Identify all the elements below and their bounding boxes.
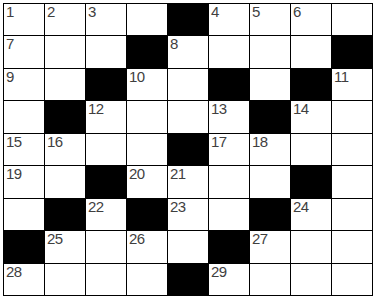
clue-number-3: 3 xyxy=(88,4,96,20)
cell-r9c8[interactable] xyxy=(291,264,331,295)
clue-number-5: 5 xyxy=(252,4,260,20)
cell-r3c4[interactable]: 10 xyxy=(127,69,167,100)
cell-r8c9[interactable] xyxy=(332,231,372,262)
cell-r1c9[interactable] xyxy=(332,4,372,35)
cell-r3c9[interactable]: 11 xyxy=(332,69,372,100)
cell-r8c2[interactable]: 25 xyxy=(45,231,85,262)
clue-number-1: 1 xyxy=(6,4,14,20)
cell-r7c8[interactable]: 24 xyxy=(291,199,331,230)
block-r9c5 xyxy=(168,264,208,295)
block-r2c9 xyxy=(332,36,372,67)
cell-r9c1[interactable]: 28 xyxy=(4,264,44,295)
clue-number-4: 4 xyxy=(211,4,219,20)
clue-number-14: 14 xyxy=(293,101,309,117)
cell-r3c1[interactable]: 9 xyxy=(4,69,44,100)
cell-r1c8[interactable]: 6 xyxy=(291,4,331,35)
clue-number-10: 10 xyxy=(129,69,145,85)
cell-r7c1[interactable] xyxy=(4,199,44,230)
clue-number-22: 22 xyxy=(88,199,104,215)
cell-r1c4[interactable] xyxy=(127,4,167,35)
block-r2c4 xyxy=(127,36,167,67)
clue-number-28: 28 xyxy=(6,264,22,280)
block-r3c3 xyxy=(86,69,126,100)
cell-r4c8[interactable]: 14 xyxy=(291,101,331,132)
cell-r2c5[interactable]: 8 xyxy=(168,36,208,67)
cell-r2c7[interactable] xyxy=(250,36,290,67)
clue-number-27: 27 xyxy=(252,231,268,247)
block-r7c7 xyxy=(250,199,290,230)
block-r8c1 xyxy=(4,231,44,262)
cell-r1c2[interactable]: 2 xyxy=(45,4,85,35)
cell-r8c5[interactable] xyxy=(168,231,208,262)
cell-r5c6[interactable]: 17 xyxy=(209,134,249,165)
clue-number-20: 20 xyxy=(129,166,145,182)
cell-r9c4[interactable] xyxy=(127,264,167,295)
cell-r1c1[interactable]: 1 xyxy=(4,4,44,35)
cell-r5c9[interactable] xyxy=(332,134,372,165)
clue-number-17: 17 xyxy=(211,134,227,150)
cell-r2c1[interactable]: 7 xyxy=(4,36,44,67)
block-r4c7 xyxy=(250,101,290,132)
cell-r1c3[interactable]: 3 xyxy=(86,4,126,35)
cell-r9c2[interactable] xyxy=(45,264,85,295)
block-r3c6 xyxy=(209,69,249,100)
cell-r2c2[interactable] xyxy=(45,36,85,67)
cell-r5c4[interactable] xyxy=(127,134,167,165)
cell-r8c7[interactable]: 27 xyxy=(250,231,290,262)
clue-number-7: 7 xyxy=(6,36,14,52)
cell-r9c9[interactable] xyxy=(332,264,372,295)
cell-r7c9[interactable] xyxy=(332,199,372,230)
cell-r6c5[interactable]: 21 xyxy=(168,166,208,197)
clue-number-24: 24 xyxy=(293,199,309,215)
cell-r7c6[interactable] xyxy=(209,199,249,230)
cell-r4c5[interactable] xyxy=(168,101,208,132)
cell-r4c4[interactable] xyxy=(127,101,167,132)
cell-r5c2[interactable]: 16 xyxy=(45,134,85,165)
clue-number-19: 19 xyxy=(6,166,22,182)
cell-r1c6[interactable]: 4 xyxy=(209,4,249,35)
clue-number-15: 15 xyxy=(6,134,22,150)
cell-r5c1[interactable]: 15 xyxy=(4,134,44,165)
clue-number-8: 8 xyxy=(170,36,178,52)
cell-r7c5[interactable]: 23 xyxy=(168,199,208,230)
block-r6c3 xyxy=(86,166,126,197)
cell-r6c6[interactable] xyxy=(209,166,249,197)
clue-number-11: 11 xyxy=(334,69,349,85)
clue-number-29: 29 xyxy=(211,264,227,280)
clue-number-18: 18 xyxy=(252,134,268,150)
block-r8c6 xyxy=(209,231,249,262)
cell-r4c9[interactable] xyxy=(332,101,372,132)
cell-r8c4[interactable]: 26 xyxy=(127,231,167,262)
clue-number-16: 16 xyxy=(47,134,63,150)
clue-number-13: 13 xyxy=(211,101,227,117)
cell-r5c7[interactable]: 18 xyxy=(250,134,290,165)
cell-r5c8[interactable] xyxy=(291,134,331,165)
block-r5c5 xyxy=(168,134,208,165)
clue-number-2: 2 xyxy=(47,4,55,20)
cell-r3c5[interactable] xyxy=(168,69,208,100)
block-r1c5 xyxy=(168,4,208,35)
cell-r4c6[interactable]: 13 xyxy=(209,101,249,132)
clue-number-9: 9 xyxy=(6,69,14,85)
cell-r9c6[interactable]: 29 xyxy=(209,264,249,295)
block-r7c4 xyxy=(127,199,167,230)
cell-r9c3[interactable] xyxy=(86,264,126,295)
cell-r5c3[interactable] xyxy=(86,134,126,165)
cell-r9c7[interactable] xyxy=(250,264,290,295)
cell-r2c3[interactable] xyxy=(86,36,126,67)
clue-number-26: 26 xyxy=(129,231,145,247)
cell-r6c9[interactable] xyxy=(332,166,372,197)
cell-r3c2[interactable] xyxy=(45,69,85,100)
cell-r6c1[interactable]: 19 xyxy=(4,166,44,197)
clue-number-23: 23 xyxy=(170,199,186,215)
block-r7c2 xyxy=(45,199,85,230)
cell-r2c6[interactable] xyxy=(209,36,249,67)
cell-r3c7[interactable] xyxy=(250,69,290,100)
block-r3c8 xyxy=(291,69,331,100)
cell-r4c1[interactable] xyxy=(4,101,44,132)
cell-r6c7[interactable] xyxy=(250,166,290,197)
cell-r1c7[interactable]: 5 xyxy=(250,4,290,35)
clue-number-21: 21 xyxy=(170,166,186,182)
clue-number-6: 6 xyxy=(293,4,301,20)
cell-r2c8[interactable] xyxy=(291,36,331,67)
cell-r4c3[interactable]: 12 xyxy=(86,101,126,132)
cell-r6c2[interactable] xyxy=(45,166,85,197)
cell-r8c3[interactable] xyxy=(86,231,126,262)
cell-r7c3[interactable]: 22 xyxy=(86,199,126,230)
cell-r6c4[interactable]: 20 xyxy=(127,166,167,197)
cell-r8c8[interactable] xyxy=(291,231,331,262)
clue-number-25: 25 xyxy=(47,231,63,247)
block-r4c2 xyxy=(45,101,85,132)
clue-number-12: 12 xyxy=(88,101,104,117)
crossword-page: 1234567891011121314151617181920212223242… xyxy=(0,0,376,302)
block-r6c8 xyxy=(291,166,331,197)
crossword-grid: 1234567891011121314151617181920212223242… xyxy=(3,3,373,296)
